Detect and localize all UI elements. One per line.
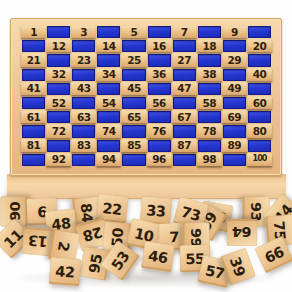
board-slot-r3c9: 29 [223,54,246,66]
board-tile-80[interactable]: 80 [247,124,272,137]
board-slot-r4c6: 36 [148,69,171,81]
board-slot-r5c1: 41 [22,83,45,95]
board-tile-100[interactable]: 100 [247,153,272,166]
board-slot-r7c3: 63 [72,111,95,123]
board-tile-60[interactable]: 60 [247,96,272,109]
board-slot-r5c4 [97,83,120,95]
board-slot-r10c8: 98 [198,154,221,166]
board-slot-r9c7: 87 [173,140,196,152]
board-tile-67[interactable]: 67 [172,110,197,123]
board-slot-r1c5: 5 [122,26,145,38]
loose-tile-64[interactable]: 64 [227,219,257,246]
board-tile-96[interactable]: 96 [147,153,172,166]
board-tile-78[interactable]: 78 [197,124,222,137]
board-slot-r10c2: 92 [47,154,70,166]
board-slot-r6c9 [223,97,246,109]
board-slot-r4c4: 34 [97,69,120,81]
board-tile-9[interactable]: 9 [222,25,247,38]
board-tile-74[interactable]: 74 [96,124,121,137]
board-tile-29[interactable]: 29 [222,53,247,66]
board-slot-r4c3 [72,69,95,81]
board-slot-r6c6: 56 [148,97,171,109]
board-tile-87[interactable]: 87 [172,139,197,152]
board-slot-r1c9: 9 [223,26,246,38]
board-slot-r6c3 [72,97,95,109]
board-slot-r1c10 [248,26,271,38]
board-tile-58[interactable]: 58 [197,96,222,109]
board-tile-72[interactable]: 72 [46,124,71,137]
board-slot-r8c1 [22,125,45,137]
board-slot-r7c7: 67 [173,111,196,123]
board-slot-r10c3 [72,154,95,166]
board-tile-40[interactable]: 40 [247,68,272,81]
board-tile-36[interactable]: 36 [147,68,172,81]
board-tile-1[interactable]: 1 [21,25,46,38]
board-slot-r7c9: 69 [223,111,246,123]
board-slot-r2c6: 16 [148,40,171,52]
board-tile-76[interactable]: 76 [147,124,172,137]
board-tile-52[interactable]: 52 [46,96,71,109]
board-slot-r8c5 [122,125,145,137]
hundred-board: 1357912141618202123252729323436384041434… [10,18,282,176]
board-slot-r8c4: 74 [97,125,120,137]
board-slot-r1c8 [198,26,221,38]
board-slot-r4c2: 32 [47,69,70,81]
board-slot-r7c4 [97,111,120,123]
board-tile-23[interactable]: 23 [71,53,96,66]
board-slot-r10c7 [173,154,196,166]
board-slot-r6c5 [122,97,145,109]
board-slot-r6c1 [22,97,45,109]
board-tile-5[interactable]: 5 [121,25,146,38]
board-slot-r5c5: 45 [122,83,145,95]
loose-tile-46[interactable]: 46 [141,241,174,272]
board-slot-r6c7 [173,97,196,109]
board-slot-r4c1 [22,69,45,81]
board-slot-r8c6: 76 [148,125,171,137]
board-slot-r1c4 [97,26,120,38]
board-tile-14[interactable]: 14 [96,39,121,52]
board-slot-r2c3 [72,40,95,52]
board-slot-r9c4 [97,140,120,152]
board-tile-85[interactable]: 85 [121,139,146,152]
board-slot-r7c8 [198,111,221,123]
board-slot-r4c7 [173,69,196,81]
board-tile-54[interactable]: 54 [96,96,121,109]
board-slot-r2c10: 20 [248,40,271,52]
board-slot-r8c9 [223,125,246,137]
board-tile-21[interactable]: 21 [21,53,46,66]
board-slot-r7c2 [47,111,70,123]
board-slot-r1c1: 1 [22,26,45,38]
board-tile-56[interactable]: 56 [147,96,172,109]
board-tile-43[interactable]: 43 [71,82,96,95]
board-slot-r6c8: 58 [198,97,221,109]
board-grid: 1357912141618202123252729323436384041434… [22,26,271,166]
board-tile-94[interactable]: 94 [96,153,121,166]
board-tile-47[interactable]: 47 [172,82,197,95]
board-slot-r1c3: 3 [72,26,95,38]
board-slot-r8c10: 80 [248,125,271,137]
board-slot-r5c3: 43 [72,83,95,95]
board-tile-49[interactable]: 49 [222,82,247,95]
board-tile-20[interactable]: 20 [247,39,272,52]
board-slot-r3c10 [248,54,271,66]
board-slot-r5c9: 49 [223,83,246,95]
board-tile-83[interactable]: 83 [71,139,96,152]
board-slot-r7c6 [148,111,171,123]
board-slot-r5c2 [47,83,70,95]
board-tile-3[interactable]: 3 [71,25,96,38]
board-slot-r3c4 [97,54,120,66]
board-tile-7[interactable]: 7 [172,25,197,38]
board-slot-r5c8 [198,83,221,95]
board-tile-61[interactable]: 61 [21,110,46,123]
board-slot-r7c5: 65 [122,111,145,123]
board-slot-r2c1 [22,40,45,52]
board-slot-r3c6 [148,54,171,66]
board-slot-r10c9 [223,154,246,166]
board-slot-r3c7: 27 [173,54,196,66]
board-slot-r9c8 [198,140,221,152]
board-slot-r9c6 [148,140,171,152]
board-front-edge [7,174,286,199]
board-slot-r10c10: 100 [248,154,271,166]
board-slot-r7c1: 61 [22,111,45,123]
board-tile-45[interactable]: 45 [121,82,146,95]
board-tile-34[interactable]: 34 [96,68,121,81]
board-tile-81[interactable]: 81 [21,139,46,152]
board-slot-r5c10 [248,83,271,95]
board-slot-r3c3: 23 [72,54,95,66]
board-slot-r2c5 [122,40,145,52]
board-slot-r8c7 [173,125,196,137]
board-slot-r3c5: 25 [122,54,145,66]
board-slot-r2c2: 12 [47,40,70,52]
scene: 1357912141618202123252729323436384041434… [0,0,292,292]
board-slot-r9c10 [248,140,271,152]
board-slot-r8c2: 72 [47,125,70,137]
board-slot-r2c9 [223,40,246,52]
board-slot-r6c4: 54 [97,97,120,109]
board-slot-r4c8: 38 [198,69,221,81]
board-slot-r10c5 [122,154,145,166]
board-tile-92[interactable]: 92 [46,153,71,166]
board-tile-41[interactable]: 41 [21,82,46,95]
board-slot-r3c8 [198,54,221,66]
board-slot-r2c4: 14 [97,40,120,52]
board-slot-r3c1: 21 [22,54,45,66]
loose-tile-42[interactable]: 42 [49,256,81,285]
board-slot-r1c6 [148,26,171,38]
board-slot-r2c8: 18 [198,40,221,52]
board-tile-89[interactable]: 89 [222,139,247,152]
board-slot-r1c2 [47,26,70,38]
board-tile-69[interactable]: 69 [222,110,247,123]
board-slot-r9c2 [47,140,70,152]
board-tile-12[interactable]: 12 [46,39,71,52]
board-slot-r4c9 [223,69,246,81]
board-slot-r10c1 [22,154,45,166]
board-slot-r8c3 [72,125,95,137]
board-tile-38[interactable]: 38 [197,68,222,81]
board-slot-r9c1: 81 [22,140,45,152]
board-tile-16[interactable]: 16 [147,39,172,52]
board-slot-r5c6 [148,83,171,95]
board-tile-25[interactable]: 25 [121,53,146,66]
board-slot-r6c10: 60 [248,97,271,109]
board-tile-18[interactable]: 18 [197,39,222,52]
board-tile-63[interactable]: 63 [71,110,96,123]
board-tile-32[interactable]: 32 [46,68,71,81]
board-slot-r9c9: 89 [223,140,246,152]
board-slot-r9c5: 85 [122,140,145,152]
board-slot-r3c2 [47,54,70,66]
board-slot-r2c7 [173,40,196,52]
board-slot-r10c4: 94 [97,154,120,166]
board-slot-r4c10: 40 [248,69,271,81]
board-slot-r9c3: 83 [72,140,95,152]
board-slot-r7c10 [248,111,271,123]
board-slot-r6c2: 52 [47,97,70,109]
board-tile-65[interactable]: 65 [121,110,146,123]
board-slot-r10c6: 96 [148,154,171,166]
board-tile-98[interactable]: 98 [197,153,222,166]
board-slot-r8c8: 78 [198,125,221,137]
board-slot-r1c7: 7 [173,26,196,38]
board-slot-r5c7: 47 [173,83,196,95]
board-tile-27[interactable]: 27 [172,53,197,66]
board-slot-r4c5 [122,69,145,81]
